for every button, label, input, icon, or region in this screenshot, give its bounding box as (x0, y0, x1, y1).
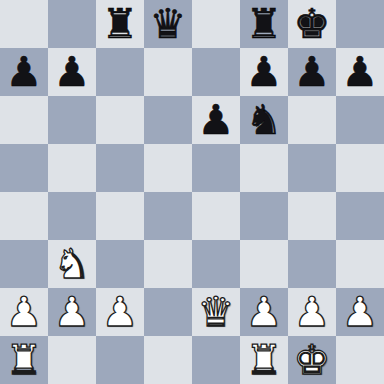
square-e5[interactable] (192, 144, 240, 192)
square-c4[interactable] (96, 192, 144, 240)
white-rook-icon[interactable]: ♜ (246, 336, 283, 384)
square-h2[interactable]: ♟ (336, 288, 384, 336)
chess-board: ♜♛♜♚♟♟♟♟♟♟♞♞♟♟♟♛♟♟♟♜♜♚ (0, 0, 384, 384)
white-pawn-icon[interactable]: ♟ (54, 288, 91, 336)
white-pawn-icon[interactable]: ♟ (6, 288, 43, 336)
square-h1[interactable] (336, 336, 384, 384)
square-c5[interactable] (96, 144, 144, 192)
square-g7[interactable]: ♟ (288, 48, 336, 96)
square-g3[interactable] (288, 240, 336, 288)
square-c1[interactable] (96, 336, 144, 384)
square-d3[interactable] (144, 240, 192, 288)
black-pawn-icon[interactable]: ♟ (246, 48, 283, 96)
white-pawn-icon[interactable]: ♟ (294, 288, 331, 336)
square-e1[interactable] (192, 336, 240, 384)
square-g1[interactable]: ♚ (288, 336, 336, 384)
square-f7[interactable]: ♟ (240, 48, 288, 96)
square-h3[interactable] (336, 240, 384, 288)
square-c7[interactable] (96, 48, 144, 96)
square-d2[interactable] (144, 288, 192, 336)
square-d1[interactable] (144, 336, 192, 384)
black-pawn-icon[interactable]: ♟ (6, 48, 43, 96)
square-b4[interactable] (48, 192, 96, 240)
square-h6[interactable] (336, 96, 384, 144)
square-g2[interactable]: ♟ (288, 288, 336, 336)
square-h8[interactable] (336, 0, 384, 48)
white-rook-icon[interactable]: ♜ (6, 336, 43, 384)
white-knight-icon[interactable]: ♞ (54, 240, 91, 288)
square-b3[interactable]: ♞ (48, 240, 96, 288)
square-f8[interactable]: ♜ (240, 0, 288, 48)
square-f2[interactable]: ♟ (240, 288, 288, 336)
square-e3[interactable] (192, 240, 240, 288)
white-pawn-icon[interactable]: ♟ (102, 288, 139, 336)
black-pawn-icon[interactable]: ♟ (294, 48, 331, 96)
square-d6[interactable] (144, 96, 192, 144)
black-king-icon[interactable]: ♚ (294, 0, 331, 48)
square-b8[interactable] (48, 0, 96, 48)
white-pawn-icon[interactable]: ♟ (246, 288, 283, 336)
black-pawn-icon[interactable]: ♟ (198, 96, 235, 144)
square-c2[interactable]: ♟ (96, 288, 144, 336)
square-e2[interactable]: ♛ (192, 288, 240, 336)
square-c6[interactable] (96, 96, 144, 144)
black-rook-icon[interactable]: ♜ (246, 0, 283, 48)
square-f3[interactable] (240, 240, 288, 288)
square-a4[interactable] (0, 192, 48, 240)
square-a5[interactable] (0, 144, 48, 192)
square-b1[interactable] (48, 336, 96, 384)
square-f6[interactable]: ♞ (240, 96, 288, 144)
square-b6[interactable] (48, 96, 96, 144)
square-a7[interactable]: ♟ (0, 48, 48, 96)
square-g6[interactable] (288, 96, 336, 144)
white-king-icon[interactable]: ♚ (294, 336, 331, 384)
square-g5[interactable] (288, 144, 336, 192)
black-pawn-icon[interactable]: ♟ (54, 48, 91, 96)
square-f4[interactable] (240, 192, 288, 240)
square-c3[interactable] (96, 240, 144, 288)
square-b5[interactable] (48, 144, 96, 192)
square-e4[interactable] (192, 192, 240, 240)
square-a1[interactable]: ♜ (0, 336, 48, 384)
square-h4[interactable] (336, 192, 384, 240)
square-d7[interactable] (144, 48, 192, 96)
square-h7[interactable]: ♟ (336, 48, 384, 96)
square-d8[interactable]: ♛ (144, 0, 192, 48)
square-b2[interactable]: ♟ (48, 288, 96, 336)
square-a3[interactable] (0, 240, 48, 288)
white-pawn-icon[interactable]: ♟ (342, 288, 379, 336)
black-knight-icon[interactable]: ♞ (246, 96, 283, 144)
square-c8[interactable]: ♜ (96, 0, 144, 48)
black-queen-icon[interactable]: ♛ (150, 0, 187, 48)
square-f1[interactable]: ♜ (240, 336, 288, 384)
square-e6[interactable]: ♟ (192, 96, 240, 144)
square-e7[interactable] (192, 48, 240, 96)
square-d5[interactable] (144, 144, 192, 192)
white-queen-icon[interactable]: ♛ (198, 288, 235, 336)
chess-board-container: ♜♛♜♚♟♟♟♟♟♟♞♞♟♟♟♛♟♟♟♜♜♚ (0, 0, 384, 384)
square-a6[interactable] (0, 96, 48, 144)
black-rook-icon[interactable]: ♜ (102, 0, 139, 48)
square-d4[interactable] (144, 192, 192, 240)
square-h5[interactable] (336, 144, 384, 192)
square-g8[interactable]: ♚ (288, 0, 336, 48)
square-a2[interactable]: ♟ (0, 288, 48, 336)
square-f5[interactable] (240, 144, 288, 192)
square-b7[interactable]: ♟ (48, 48, 96, 96)
black-pawn-icon[interactable]: ♟ (342, 48, 379, 96)
square-g4[interactable] (288, 192, 336, 240)
square-a8[interactable] (0, 0, 48, 48)
square-e8[interactable] (192, 0, 240, 48)
